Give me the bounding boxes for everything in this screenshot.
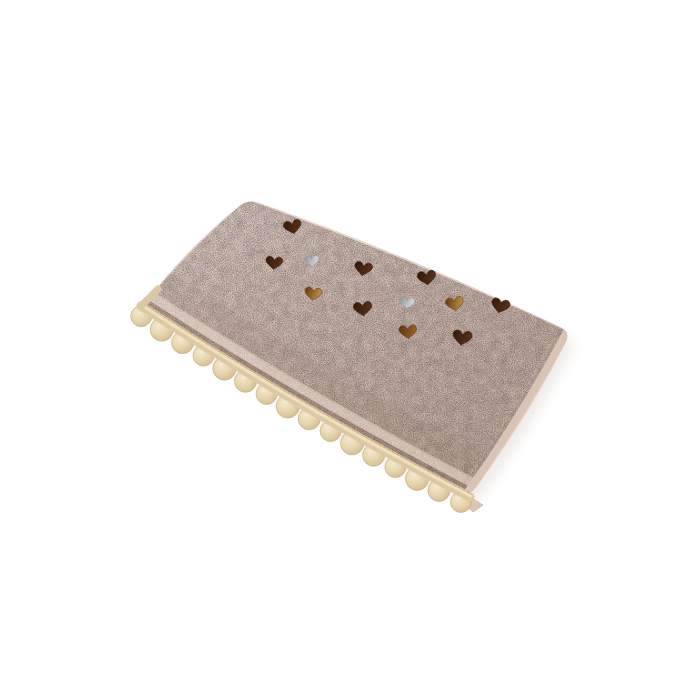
- product-photo: [0, 0, 700, 700]
- towel-image: [0, 0, 700, 700]
